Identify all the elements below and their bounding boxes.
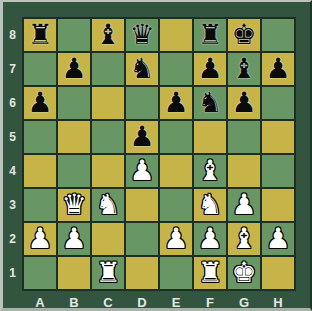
square-g7[interactable]: ♝ [227,52,261,86]
square-c1[interactable]: ♜ [91,256,125,290]
chess-board-window: 87654321 ♜♝♛♜♚♟♞♟♝♟♟♟♞♟♟♟♝♛♞♞♟♟♟♟♟♝♟♜♜♚ … [0,0,312,311]
piece-white-pawn[interactable]: ♟ [129,154,154,188]
square-a5[interactable] [23,120,57,154]
square-f7[interactable]: ♟ [193,52,227,86]
file-label-c: C [91,292,125,311]
square-c4[interactable] [91,154,125,188]
square-d8[interactable]: ♛ [125,18,159,52]
square-d2[interactable] [125,222,159,256]
piece-white-pawn[interactable]: ♟ [61,222,86,256]
piece-white-pawn[interactable]: ♟ [265,222,290,256]
square-g2[interactable]: ♝ [227,222,261,256]
square-b2[interactable]: ♟ [57,222,91,256]
piece-white-rook[interactable]: ♜ [95,256,120,290]
square-h5[interactable] [261,120,295,154]
square-e6[interactable]: ♟ [159,86,193,120]
square-f4[interactable]: ♝ [193,154,227,188]
rank-label-2: 2 [3,222,22,256]
square-g5[interactable] [227,120,261,154]
piece-white-rook[interactable]: ♜ [197,256,222,290]
rank-label-8: 8 [3,18,22,52]
square-h8[interactable] [261,18,295,52]
square-c6[interactable] [91,86,125,120]
square-a8[interactable]: ♜ [23,18,57,52]
square-b3[interactable]: ♛ [57,188,91,222]
square-h6[interactable] [261,86,295,120]
square-f5[interactable] [193,120,227,154]
rank-label-5: 5 [3,120,22,154]
file-label-f: F [193,292,227,311]
square-c3[interactable]: ♞ [91,188,125,222]
file-label-d: D [125,292,159,311]
piece-white-pawn[interactable]: ♟ [197,222,222,256]
square-g4[interactable] [227,154,261,188]
file-label-h: H [261,292,295,311]
square-h7[interactable]: ♟ [261,52,295,86]
square-a7[interactable] [23,52,57,86]
piece-white-pawn[interactable]: ♟ [163,222,188,256]
chess-board[interactable]: ♜♝♛♜♚♟♞♟♝♟♟♟♞♟♟♟♝♛♞♞♟♟♟♟♟♝♟♜♜♚ [22,17,296,291]
piece-white-queen[interactable]: ♛ [61,188,86,222]
piece-white-bishop[interactable]: ♝ [197,154,222,188]
piece-white-knight[interactable]: ♞ [197,188,222,222]
square-g3[interactable]: ♟ [227,188,261,222]
piece-black-pawn[interactable]: ♟ [265,52,290,86]
piece-black-knight[interactable]: ♞ [129,52,154,86]
piece-black-knight[interactable]: ♞ [197,86,222,120]
piece-white-pawn[interactable]: ♟ [27,222,52,256]
piece-white-pawn[interactable]: ♟ [231,188,256,222]
rank-label-3: 3 [3,188,22,222]
square-b4[interactable] [57,154,91,188]
file-label-g: G [227,292,261,311]
piece-white-king[interactable]: ♚ [231,256,256,290]
square-b7[interactable]: ♟ [57,52,91,86]
square-b6[interactable] [57,86,91,120]
file-labels: ABCDEFGH [23,292,295,311]
square-e7[interactable] [159,52,193,86]
square-c7[interactable] [91,52,125,86]
piece-black-bishop[interactable]: ♝ [231,52,256,86]
piece-black-bishop[interactable]: ♝ [95,18,120,52]
square-f3[interactable]: ♞ [193,188,227,222]
file-label-a: A [23,292,57,311]
square-a3[interactable] [23,188,57,222]
square-f1[interactable]: ♜ [193,256,227,290]
square-g1[interactable]: ♚ [227,256,261,290]
piece-black-rook[interactable]: ♜ [27,18,52,52]
square-d7[interactable]: ♞ [125,52,159,86]
square-c5[interactable] [91,120,125,154]
piece-black-queen[interactable]: ♛ [129,18,154,52]
square-c2[interactable] [91,222,125,256]
piece-black-pawn[interactable]: ♟ [197,52,222,86]
piece-black-pawn[interactable]: ♟ [61,52,86,86]
square-b8[interactable] [57,18,91,52]
square-e3[interactable] [159,188,193,222]
square-h1[interactable] [261,256,295,290]
piece-black-pawn[interactable]: ♟ [129,120,154,154]
square-a6[interactable]: ♟ [23,86,57,120]
square-a4[interactable] [23,154,57,188]
piece-black-pawn[interactable]: ♟ [163,86,188,120]
square-d1[interactable] [125,256,159,290]
square-g6[interactable]: ♟ [227,86,261,120]
square-f8[interactable]: ♜ [193,18,227,52]
square-b1[interactable] [57,256,91,290]
square-a2[interactable]: ♟ [23,222,57,256]
square-e1[interactable] [159,256,193,290]
square-f2[interactable]: ♟ [193,222,227,256]
square-h2[interactable]: ♟ [261,222,295,256]
square-g8[interactable]: ♚ [227,18,261,52]
piece-white-bishop[interactable]: ♝ [231,222,256,256]
rank-label-1: 1 [3,256,22,290]
piece-black-king[interactable]: ♚ [231,18,256,52]
square-e5[interactable] [159,120,193,154]
piece-white-knight[interactable]: ♞ [95,188,120,222]
square-a1[interactable] [23,256,57,290]
rank-label-6: 6 [3,86,22,120]
square-e2[interactable]: ♟ [159,222,193,256]
rank-label-4: 4 [3,154,22,188]
square-e8[interactable] [159,18,193,52]
square-d3[interactable] [125,188,159,222]
file-label-b: B [57,292,91,311]
square-d4[interactable]: ♟ [125,154,159,188]
square-h4[interactable] [261,154,295,188]
piece-black-pawn[interactable]: ♟ [231,86,256,120]
square-c8[interactable]: ♝ [91,18,125,52]
piece-black-rook[interactable]: ♜ [197,18,222,52]
square-e4[interactable] [159,154,193,188]
square-h3[interactable] [261,188,295,222]
square-b5[interactable] [57,120,91,154]
square-f6[interactable]: ♞ [193,86,227,120]
file-label-e: E [159,292,193,311]
piece-black-pawn[interactable]: ♟ [27,86,52,120]
rank-label-7: 7 [3,52,22,86]
rank-labels: 87654321 [3,18,22,290]
square-d5[interactable]: ♟ [125,120,159,154]
square-d6[interactable] [125,86,159,120]
